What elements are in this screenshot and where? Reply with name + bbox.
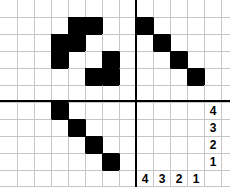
filled-cell[interactable]: [102, 68, 119, 85]
grid-cell[interactable]: [119, 68, 136, 85]
grid-cell[interactable]: [17, 34, 34, 51]
grid-cell[interactable]: [153, 68, 170, 85]
grid-cell[interactable]: [221, 102, 230, 119]
grid-cell[interactable]: [153, 17, 170, 34]
grid-cell[interactable]: [119, 102, 136, 119]
grid-cell[interactable]: [136, 153, 153, 170]
grid-cell[interactable]: [0, 51, 17, 68]
grid-cell[interactable]: [221, 170, 230, 187]
grid-cell[interactable]: [119, 170, 136, 187]
clue-cell: 4: [136, 170, 153, 187]
grid-cell[interactable]: [68, 68, 85, 85]
grid-cell[interactable]: [0, 17, 17, 34]
grid-cell[interactable]: [68, 170, 85, 187]
filled-cell[interactable]: [85, 136, 102, 153]
grid-cell[interactable]: [204, 68, 221, 85]
grid-cell[interactable]: [119, 34, 136, 51]
grid-cell[interactable]: [34, 51, 51, 68]
grid-cell[interactable]: [51, 119, 68, 136]
grid-cell[interactable]: [153, 136, 170, 153]
grid-cell[interactable]: [221, 17, 230, 34]
grid-cell[interactable]: [119, 136, 136, 153]
grid-cell[interactable]: [17, 136, 34, 153]
filled-cell[interactable]: [102, 51, 119, 68]
grid-cell[interactable]: [170, 17, 187, 34]
grid-cell[interactable]: [136, 136, 153, 153]
grid-cell[interactable]: [102, 170, 119, 187]
grid-cell[interactable]: [187, 0, 204, 17]
grid-cell[interactable]: [17, 153, 34, 170]
clue-cell: 3: [153, 170, 170, 187]
grid-cell[interactable]: [204, 51, 221, 68]
filled-cell[interactable]: [51, 102, 68, 119]
grid-cell[interactable]: [85, 119, 102, 136]
grid-cell[interactable]: [187, 136, 204, 153]
grid-cell[interactable]: [153, 102, 170, 119]
grid-cell[interactable]: [170, 34, 187, 51]
grid-cell[interactable]: [153, 0, 170, 17]
grid-cell[interactable]: [34, 170, 51, 187]
grid-cell[interactable]: [51, 136, 68, 153]
clue-cell: 1: [204, 153, 221, 170]
grid-cell[interactable]: [0, 153, 17, 170]
grid-cell[interactable]: [204, 17, 221, 34]
grid-cell[interactable]: [0, 0, 17, 17]
grid-cell[interactable]: [0, 34, 17, 51]
filled-cell[interactable]: [85, 68, 102, 85]
grid-cell[interactable]: [0, 68, 17, 85]
filled-cell[interactable]: [51, 34, 68, 51]
grid-cell[interactable]: [0, 102, 17, 119]
grid-cell[interactable]: [34, 17, 51, 34]
grid-cell[interactable]: [102, 119, 119, 136]
grid-cell[interactable]: [119, 0, 136, 17]
grid-cell[interactable]: [17, 68, 34, 85]
grid-cell[interactable]: [68, 153, 85, 170]
grid-cell[interactable]: [0, 136, 17, 153]
grid-cell[interactable]: [51, 17, 68, 34]
grid-cell[interactable]: [221, 51, 230, 68]
filled-cell[interactable]: [102, 153, 119, 170]
vertical-axis-line: [135, 0, 137, 187]
clue-cell: 2: [204, 136, 221, 153]
grid-cell[interactable]: [102, 102, 119, 119]
grid-cell[interactable]: [0, 119, 17, 136]
grid-cell[interactable]: [187, 102, 204, 119]
grid-cell[interactable]: [221, 136, 230, 153]
grid-cell[interactable]: [102, 17, 119, 34]
grid-cell[interactable]: [170, 119, 187, 136]
grid-cell[interactable]: [153, 119, 170, 136]
grid-cell[interactable]: [170, 0, 187, 17]
grid-cell[interactable]: [187, 153, 204, 170]
grid-cell[interactable]: [68, 136, 85, 153]
grid-cell[interactable]: [85, 0, 102, 17]
grid-cell[interactable]: [170, 68, 187, 85]
filled-cell[interactable]: [187, 68, 204, 85]
grid-cell[interactable]: [187, 34, 204, 51]
grid-cell[interactable]: [51, 170, 68, 187]
grid-cell[interactable]: [34, 136, 51, 153]
grid-cell[interactable]: [17, 102, 34, 119]
grid-cell[interactable]: [17, 119, 34, 136]
grid-cell[interactable]: [85, 170, 102, 187]
grid-cell[interactable]: [170, 102, 187, 119]
grid-cell[interactable]: [17, 0, 34, 17]
filled-cell[interactable]: [85, 17, 102, 34]
grid-cell[interactable]: [221, 119, 230, 136]
grid-cell[interactable]: [102, 34, 119, 51]
grid-cell[interactable]: [119, 119, 136, 136]
filled-cell[interactable]: [51, 51, 68, 68]
grid-cell[interactable]: [34, 102, 51, 119]
grid-cell[interactable]: [136, 68, 153, 85]
nonogram-grid: 43214321: [0, 0, 230, 187]
grid-cell[interactable]: [153, 51, 170, 68]
grid-cell[interactable]: [187, 17, 204, 34]
grid-cell[interactable]: [34, 153, 51, 170]
grid-cell[interactable]: [136, 51, 153, 68]
filled-cell[interactable]: [68, 34, 85, 51]
grid-cell[interactable]: [221, 0, 230, 17]
grid-cell[interactable]: [0, 170, 17, 187]
grid-cell[interactable]: [85, 102, 102, 119]
grid-cell[interactable]: [17, 51, 34, 68]
grid-cell[interactable]: [51, 0, 68, 17]
grid-cell[interactable]: [68, 102, 85, 119]
grid-cell[interactable]: [136, 0, 153, 17]
grid-cell[interactable]: [204, 170, 221, 187]
grid-cell[interactable]: [102, 136, 119, 153]
grid-cell[interactable]: [17, 17, 34, 34]
grid-cell[interactable]: [187, 119, 204, 136]
grid-cell[interactable]: [68, 51, 85, 68]
grid-cell[interactable]: [221, 153, 230, 170]
grid-cell[interactable]: [221, 34, 230, 51]
grid-cell[interactable]: [51, 153, 68, 170]
filled-cell[interactable]: [68, 17, 85, 34]
grid-cell[interactable]: [204, 34, 221, 51]
grid-cell[interactable]: [119, 51, 136, 68]
grid-cell[interactable]: [204, 0, 221, 17]
filled-cell[interactable]: [153, 34, 170, 51]
clue-cell: 3: [204, 119, 221, 136]
grid-cell[interactable]: [34, 0, 51, 17]
clue-cell: 4: [204, 102, 221, 119]
grid-cell[interactable]: [17, 170, 34, 187]
grid-cell[interactable]: [136, 34, 153, 51]
grid-cell[interactable]: [85, 51, 102, 68]
grid-cell[interactable]: [34, 68, 51, 85]
grid-cell[interactable]: [34, 119, 51, 136]
clue-cell: 2: [170, 170, 187, 187]
grid-cell[interactable]: [136, 102, 153, 119]
grid-cell[interactable]: [221, 68, 230, 85]
grid-cell[interactable]: [136, 119, 153, 136]
grid-cell[interactable]: [170, 153, 187, 170]
filled-cell[interactable]: [136, 17, 153, 34]
grid-cell[interactable]: [187, 51, 204, 68]
filled-cell[interactable]: [170, 51, 187, 68]
grid-cell[interactable]: [102, 0, 119, 17]
grid-cell[interactable]: [34, 34, 51, 51]
grid-cell[interactable]: [119, 17, 136, 34]
grid-cell[interactable]: [153, 153, 170, 170]
horizontal-axis-line: [0, 100, 230, 102]
grid-cell[interactable]: [85, 153, 102, 170]
grid-cell[interactable]: [85, 34, 102, 51]
grid-cell[interactable]: [170, 136, 187, 153]
grid-cell[interactable]: [51, 68, 68, 85]
grid-cell[interactable]: [68, 0, 85, 17]
grid-cell[interactable]: [119, 153, 136, 170]
clue-cell: 1: [187, 170, 204, 187]
filled-cell[interactable]: [68, 119, 85, 136]
puzzle-board: 43214321: [0, 0, 230, 187]
